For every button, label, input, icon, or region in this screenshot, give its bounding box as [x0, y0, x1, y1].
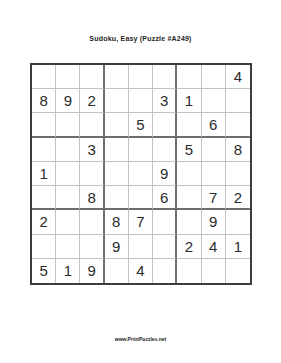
cell-r3c7 — [177, 113, 201, 137]
cell-r9c2: 1 — [56, 259, 80, 283]
cell-r3c6 — [153, 113, 177, 137]
cell-r1c7 — [177, 65, 201, 89]
cell-r2c9 — [226, 89, 250, 113]
cell-r8c7: 2 — [177, 235, 201, 259]
cell-r2c1: 8 — [32, 89, 56, 113]
cell-r1c9: 4 — [226, 65, 250, 89]
cell-r5c1: 1 — [32, 162, 56, 186]
cell-r7c7 — [177, 210, 201, 234]
cell-r5c6: 9 — [153, 162, 177, 186]
cell-r7c5: 7 — [129, 210, 153, 234]
cell-r9c6 — [153, 259, 177, 283]
cell-r9c8 — [202, 259, 226, 283]
cell-r5c8 — [202, 162, 226, 186]
cell-r9c1: 5 — [32, 259, 56, 283]
cell-r6c9: 2 — [226, 186, 250, 210]
cell-r3c3 — [80, 113, 104, 137]
cell-r9c5: 4 — [129, 259, 153, 283]
cell-r1c8 — [202, 65, 226, 89]
cell-r1c1 — [32, 65, 56, 89]
cell-r5c5 — [129, 162, 153, 186]
cell-r2c8 — [202, 89, 226, 113]
cell-r5c4 — [105, 162, 129, 186]
cell-r6c4 — [105, 186, 129, 210]
cell-r5c2 — [56, 162, 80, 186]
cell-r4c6 — [153, 138, 177, 162]
cell-r6c1 — [32, 186, 56, 210]
cell-r4c3: 3 — [80, 138, 104, 162]
cell-r1c2 — [56, 65, 80, 89]
cell-r2c7: 1 — [177, 89, 201, 113]
cell-r4c1 — [32, 138, 56, 162]
cell-r8c4: 9 — [105, 235, 129, 259]
cell-r8c2 — [56, 235, 80, 259]
cell-r1c5 — [129, 65, 153, 89]
cell-r1c4 — [105, 65, 129, 89]
footer-url: www.PrintPuzzles.net — [0, 336, 281, 342]
cell-r2c2: 9 — [56, 89, 80, 113]
cell-r2c5 — [129, 89, 153, 113]
cell-r7c2 — [56, 210, 80, 234]
cell-r8c8: 4 — [202, 235, 226, 259]
cell-r7c6 — [153, 210, 177, 234]
cell-r2c6: 3 — [153, 89, 177, 113]
cell-r7c9 — [226, 210, 250, 234]
cell-r8c5 — [129, 235, 153, 259]
cell-r9c4 — [105, 259, 129, 283]
cell-r6c6: 6 — [153, 186, 177, 210]
cell-r3c8: 6 — [202, 113, 226, 137]
cell-r2c4 — [105, 89, 129, 113]
puzzle-page: Sudoku, Easy (Puzzle #A249) 489231563581… — [0, 0, 281, 363]
sudoku-grid: 48923156358198672287992415194 — [30, 63, 252, 285]
cell-r7c8: 9 — [202, 210, 226, 234]
cell-r8c1 — [32, 235, 56, 259]
cell-r4c2 — [56, 138, 80, 162]
cell-r3c1 — [32, 113, 56, 137]
cell-r7c3 — [80, 210, 104, 234]
puzzle-title: Sudoku, Easy (Puzzle #A249) — [0, 35, 281, 42]
cell-r3c5: 5 — [129, 113, 153, 137]
cell-r4c5 — [129, 138, 153, 162]
cell-r9c3: 9 — [80, 259, 104, 283]
cell-r5c9 — [226, 162, 250, 186]
cell-r8c9: 1 — [226, 235, 250, 259]
cell-r4c9: 8 — [226, 138, 250, 162]
cell-r4c7: 5 — [177, 138, 201, 162]
cell-r8c6 — [153, 235, 177, 259]
cell-r7c1: 2 — [32, 210, 56, 234]
cell-r9c7 — [177, 259, 201, 283]
cell-r5c3 — [80, 162, 104, 186]
cell-r6c5 — [129, 186, 153, 210]
cell-r1c6 — [153, 65, 177, 89]
cell-r3c2 — [56, 113, 80, 137]
cell-r6c3: 8 — [80, 186, 104, 210]
cell-r6c7 — [177, 186, 201, 210]
cell-r9c9 — [226, 259, 250, 283]
cell-r2c3: 2 — [80, 89, 104, 113]
cell-r3c4 — [105, 113, 129, 137]
cell-r4c8 — [202, 138, 226, 162]
cell-r4c4 — [105, 138, 129, 162]
cell-r8c3 — [80, 235, 104, 259]
cell-r1c3 — [80, 65, 104, 89]
cell-r7c4: 8 — [105, 210, 129, 234]
cell-r6c8: 7 — [202, 186, 226, 210]
cell-r5c7 — [177, 162, 201, 186]
cell-r3c9 — [226, 113, 250, 137]
cell-r6c2 — [56, 186, 80, 210]
